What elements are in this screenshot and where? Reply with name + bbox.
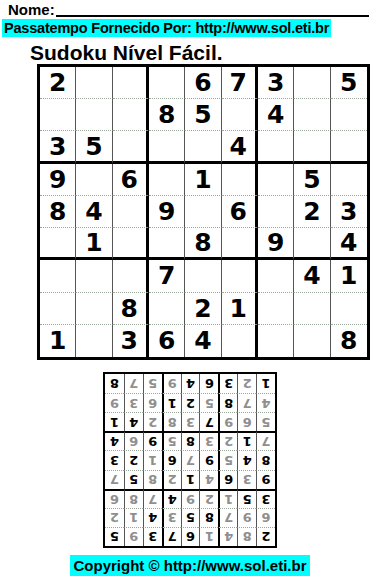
puzzle-cell[interactable]	[149, 228, 185, 260]
solution-cell: 6	[143, 393, 162, 412]
solution-cell: 6	[162, 450, 181, 469]
solution-cell: 3	[105, 450, 124, 469]
solution-cell: 8	[143, 470, 162, 489]
puzzle-cell[interactable]: 5	[76, 131, 112, 163]
solution-cell: 3	[237, 470, 256, 489]
solution-cell: 1	[162, 393, 181, 412]
puzzle-cell[interactable]	[113, 228, 149, 260]
puzzle-cell[interactable]	[222, 164, 258, 196]
puzzle-cell[interactable]	[258, 196, 294, 228]
solution-cell: 8	[256, 450, 275, 469]
puzzle-cell[interactable]: 9	[40, 164, 76, 196]
solution-cell: 3	[256, 489, 275, 508]
puzzle-cell[interactable]	[258, 164, 294, 196]
solution-cell: 5	[181, 508, 200, 527]
puzzle-cell[interactable]	[113, 99, 149, 131]
solution-cell: 2	[162, 470, 181, 489]
solution-cell: 9	[105, 393, 124, 412]
solution-cell: 2	[237, 374, 256, 393]
solution-cell: 4	[162, 489, 181, 508]
solution-cell: 2	[256, 527, 275, 546]
solution-cell: 1	[256, 374, 275, 393]
puzzle-cell[interactable]: 8	[185, 228, 221, 260]
puzzle-cell[interactable]	[294, 228, 330, 260]
puzzle-cell[interactable]: 6	[113, 164, 149, 196]
puzzle-cell[interactable]	[113, 67, 149, 99]
solution-cell: 1	[237, 431, 256, 450]
solution-cell: 6	[124, 431, 143, 450]
solution-cell: 5	[143, 374, 162, 393]
puzzle-cell[interactable]	[294, 131, 330, 163]
puzzle-cell[interactable]	[113, 260, 149, 292]
puzzle-cell[interactable]	[185, 260, 221, 292]
puzzle-cell[interactable]: 3	[40, 131, 76, 163]
puzzle-cell[interactable]	[76, 164, 112, 196]
puzzle-cell[interactable]	[222, 99, 258, 131]
puzzle-cell[interactable]	[185, 131, 221, 163]
solution-cell: 8	[237, 527, 256, 546]
puzzle-cell[interactable]: 2	[40, 67, 76, 99]
puzzle-cell[interactable]: 4	[222, 131, 258, 163]
puzzle-cell[interactable]: 4	[331, 228, 367, 260]
page-title: Sudoku Nível Fácil.	[30, 41, 223, 64]
solution-cell: 8	[124, 489, 143, 508]
solution-cell: 4	[124, 412, 143, 431]
puzzle-cell[interactable]	[185, 196, 221, 228]
puzzle-cell[interactable]	[76, 260, 112, 292]
solution-cell: 4	[218, 527, 237, 546]
copyright-row: Copyright © http://www.sol.eti.br	[0, 555, 380, 576]
solution-cell: 7	[143, 489, 162, 508]
puzzle-cell[interactable]	[331, 99, 367, 131]
puzzle-cell[interactable]	[40, 228, 76, 260]
solution-cell: 5	[162, 431, 181, 450]
solution-cell: 7	[237, 393, 256, 412]
puzzle-cell[interactable]	[113, 196, 149, 228]
puzzle-cell[interactable]: 8	[40, 196, 76, 228]
solution-cell: 3	[162, 508, 181, 527]
solution-cell: 9	[218, 412, 237, 431]
puzzle-cell[interactable]: 3	[113, 325, 149, 357]
puzzle-cell[interactable]: 1	[222, 293, 258, 325]
solution-cell: 6	[237, 412, 256, 431]
puzzle-cell[interactable]	[149, 293, 185, 325]
solution-cell: 4	[143, 508, 162, 527]
puzzle-cell[interactable]: 4	[76, 196, 112, 228]
puzzle-cell[interactable]: 4	[185, 325, 221, 357]
solution-cell: 5	[124, 470, 143, 489]
solution-cell: 9	[256, 470, 275, 489]
title-row: Sudoku Nível Fácil.	[30, 41, 223, 65]
solution-cell: 4	[105, 431, 124, 450]
puzzle-cell[interactable]	[40, 99, 76, 131]
solution-cell: 5	[218, 450, 237, 469]
puzzle-cell[interactable]	[40, 260, 76, 292]
solution-cell: 9	[143, 431, 162, 450]
puzzle-cell[interactable]	[258, 131, 294, 163]
solution-cell: 1	[181, 470, 200, 489]
solution-cell: 4	[237, 450, 256, 469]
puzzle-cell[interactable]	[149, 164, 185, 196]
solution-cell: 6	[105, 489, 124, 508]
solution-cell: 1	[124, 508, 143, 527]
solution-cell: 1	[105, 412, 124, 431]
solution-cell: 1	[143, 450, 162, 469]
solution-cell: 2	[181, 393, 200, 412]
puzzle-cell[interactable]: 1	[185, 164, 221, 196]
solution-cell: 7	[124, 374, 143, 393]
puzzle-cell[interactable]	[294, 293, 330, 325]
puzzle-cell[interactable]: 7	[149, 260, 185, 292]
sudoku-solution-grid-upside-down: 2841673956978534123512947869364128578459…	[103, 372, 277, 548]
solution-cell: 2	[218, 431, 237, 450]
puzzle-cell[interactable]: 1	[76, 228, 112, 260]
provider-row: Passatempo Fornecido Por: http://www.sol…	[2, 19, 331, 37]
puzzle-cell[interactable]	[331, 131, 367, 163]
solution-cell: 7	[105, 470, 124, 489]
solution-cell: 5	[237, 489, 256, 508]
solution-cell: 1	[199, 527, 218, 546]
puzzle-cell[interactable]: 6	[149, 325, 185, 357]
puzzle-cell[interactable]	[149, 131, 185, 163]
puzzle-cell[interactable]	[331, 164, 367, 196]
puzzle-cell[interactable]: 6	[185, 67, 221, 99]
puzzle-cell[interactable]	[294, 67, 330, 99]
solution-cell: 2	[143, 412, 162, 431]
puzzle-cell[interactable]	[258, 325, 294, 357]
solution-cell: 6	[256, 508, 275, 527]
solution-cell: 6	[218, 470, 237, 489]
solution-cell: 4	[199, 470, 218, 489]
puzzle-cell[interactable]: 9	[149, 196, 185, 228]
puzzle-cell[interactable]	[76, 293, 112, 325]
puzzle-cell[interactable]	[294, 325, 330, 357]
solution-cell: 5	[256, 412, 275, 431]
solution-cell: 7	[256, 431, 275, 450]
puzzle-cell[interactable]	[149, 67, 185, 99]
copyright-line: Copyright © http://www.sol.eti.br	[70, 555, 311, 576]
puzzle-cell[interactable]: 4	[294, 260, 330, 292]
puzzle-cell[interactable]: 2	[294, 196, 330, 228]
solution-cell: 3	[181, 412, 200, 431]
solution-cell: 8	[162, 412, 181, 431]
solution-cell: 7	[218, 508, 237, 527]
solution-cell: 3	[199, 431, 218, 450]
puzzle-cell[interactable]	[258, 293, 294, 325]
solution-cell: 6	[199, 374, 218, 393]
solution-cell: 6	[181, 527, 200, 546]
puzzle-cell[interactable]: 3	[258, 67, 294, 99]
puzzle-cell[interactable]	[294, 99, 330, 131]
solution-cell: 9	[162, 374, 181, 393]
puzzle-cell[interactable]	[222, 325, 258, 357]
solution-cell: 3	[218, 374, 237, 393]
solution-cell: 8	[181, 431, 200, 450]
puzzle-cell[interactable]	[76, 325, 112, 357]
puzzle-cell[interactable]: 5	[185, 99, 221, 131]
puzzle-cell[interactable]: 8	[149, 99, 185, 131]
solution-cell: 2	[124, 450, 143, 469]
puzzle-cell[interactable]	[222, 228, 258, 260]
solution-cell: 4	[256, 393, 275, 412]
solution-cell: 7	[162, 527, 181, 546]
solution-cell: 9	[199, 450, 218, 469]
provider-line: Passatempo Fornecido Por: http://www.sol…	[2, 19, 331, 37]
solution-cell: 2	[199, 489, 218, 508]
name-label: Nome:	[8, 2, 55, 17]
puzzle-cell[interactable]	[113, 131, 149, 163]
puzzle-cell[interactable]: 5	[331, 67, 367, 99]
puzzle-cell[interactable]	[331, 293, 367, 325]
solution-cell: 8	[218, 393, 237, 412]
solution-cell: 5	[105, 527, 124, 546]
puzzle-cell[interactable]: 6	[222, 196, 258, 228]
puzzle-cell[interactable]	[76, 99, 112, 131]
name-blank-line[interactable]	[56, 1, 369, 17]
puzzle-cell[interactable]: 7	[222, 67, 258, 99]
puzzle-cell[interactable]: 5	[294, 164, 330, 196]
solution-cell: 8	[105, 374, 124, 393]
puzzle-cell[interactable]	[40, 293, 76, 325]
puzzle-cell[interactable]: 8	[331, 325, 367, 357]
solution-cell: 9	[181, 489, 200, 508]
solution-cell: 5	[199, 393, 218, 412]
puzzle-cell[interactable]	[76, 67, 112, 99]
solution-cell: 7	[181, 450, 200, 469]
solution-cell: 1	[218, 489, 237, 508]
puzzle-cell[interactable]	[222, 260, 258, 292]
puzzle-cell[interactable]: 4	[258, 99, 294, 131]
solution-cell: 8	[199, 508, 218, 527]
puzzle-cell[interactable]	[258, 260, 294, 292]
solution-cell: 9	[237, 508, 256, 527]
puzzle-cell[interactable]: 9	[258, 228, 294, 260]
worksheet-page: Nome: Passatempo Fornecido Por: http://w…	[0, 0, 380, 585]
puzzle-cell[interactable]: 2	[185, 293, 221, 325]
solution-cell: 9	[124, 527, 143, 546]
solution-cell: 4	[181, 374, 200, 393]
puzzle-cell[interactable]: 8	[113, 293, 149, 325]
puzzle-cell[interactable]: 3	[331, 196, 367, 228]
solution-cell: 2	[105, 508, 124, 527]
solution-cell: 7	[199, 412, 218, 431]
puzzle-cell[interactable]: 1	[331, 260, 367, 292]
sudoku-puzzle-grid: 267358543549615849623189474182113648	[37, 64, 370, 360]
solution-cell: 3	[143, 527, 162, 546]
name-row: Nome:	[8, 1, 369, 17]
puzzle-cell[interactable]: 1	[40, 325, 76, 357]
solution-cell: 3	[124, 393, 143, 412]
